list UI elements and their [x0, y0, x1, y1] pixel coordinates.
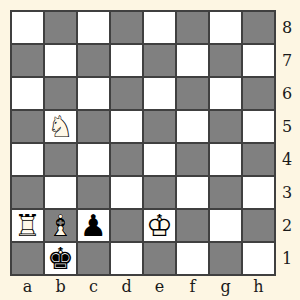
square-a5[interactable] — [12, 111, 43, 142]
file-label-e: e — [143, 277, 176, 296]
square-d3[interactable] — [111, 177, 142, 208]
king-glyph: ♚ — [45, 243, 76, 274]
square-c3[interactable] — [78, 177, 109, 208]
square-h8[interactable] — [243, 12, 274, 43]
piece-white-knight-b5[interactable]: ♞♘ — [45, 111, 76, 142]
file-label-d: d — [110, 277, 143, 296]
square-d4[interactable] — [111, 144, 142, 175]
square-e4[interactable] — [144, 144, 175, 175]
square-a7[interactable] — [12, 45, 43, 76]
square-a6[interactable] — [12, 78, 43, 109]
square-a3[interactable] — [12, 177, 43, 208]
square-g7[interactable] — [210, 45, 241, 76]
square-e5[interactable] — [144, 111, 175, 142]
square-g3[interactable] — [210, 177, 241, 208]
square-f8[interactable] — [177, 12, 208, 43]
square-c4[interactable] — [78, 144, 109, 175]
square-a2[interactable]: ♜♖ — [12, 210, 43, 241]
piece-white-rook-a2[interactable]: ♜♖ — [12, 210, 43, 241]
rank-label-6: 6 — [282, 77, 292, 110]
square-f7[interactable] — [177, 45, 208, 76]
square-a4[interactable] — [12, 144, 43, 175]
square-h3[interactable] — [243, 177, 274, 208]
square-d1[interactable] — [111, 243, 142, 274]
square-d6[interactable] — [111, 78, 142, 109]
bishop-outline-glyph: ♗ — [45, 210, 76, 241]
square-h2[interactable] — [243, 210, 274, 241]
square-b2[interactable]: ♝♗ — [45, 210, 76, 241]
square-d8[interactable] — [111, 12, 142, 43]
piece-white-king-e2[interactable]: ♚♔ — [144, 210, 175, 241]
piece-black-pawn-c2[interactable]: ♟ — [78, 210, 109, 241]
square-g5[interactable] — [210, 111, 241, 142]
page-background: { "game": "chess", "position": "8/8/8/1N… — [0, 0, 300, 300]
rook-outline-glyph: ♖ — [12, 210, 43, 241]
square-a8[interactable] — [12, 12, 43, 43]
rank-label-7: 7 — [282, 44, 292, 77]
rank-label-4: 4 — [282, 143, 292, 176]
square-b1[interactable]: ♚ — [45, 243, 76, 274]
square-d7[interactable] — [111, 45, 142, 76]
square-g4[interactable] — [210, 144, 241, 175]
square-b7[interactable] — [45, 45, 76, 76]
square-b3[interactable] — [45, 177, 76, 208]
square-g2[interactable] — [210, 210, 241, 241]
rank-label-2: 2 — [282, 209, 292, 242]
square-b6[interactable] — [45, 78, 76, 109]
file-label-c: c — [77, 277, 110, 296]
square-f2[interactable] — [177, 210, 208, 241]
rank-label-3: 3 — [282, 176, 292, 209]
square-e1[interactable] — [144, 243, 175, 274]
square-b4[interactable] — [45, 144, 76, 175]
knight-outline-glyph: ♘ — [45, 111, 76, 142]
square-g6[interactable] — [210, 78, 241, 109]
square-g1[interactable] — [210, 243, 241, 274]
file-label-a: a — [11, 277, 44, 296]
square-c7[interactable] — [78, 45, 109, 76]
square-f4[interactable] — [177, 144, 208, 175]
file-label-f: f — [176, 277, 209, 296]
square-d5[interactable] — [111, 111, 142, 142]
square-c5[interactable] — [78, 111, 109, 142]
square-a1[interactable] — [12, 243, 43, 274]
square-h5[interactable] — [243, 111, 274, 142]
rank-label-1: 1 — [282, 242, 292, 275]
piece-white-bishop-b2[interactable]: ♝♗ — [45, 210, 76, 241]
square-e6[interactable] — [144, 78, 175, 109]
square-e7[interactable] — [144, 45, 175, 76]
square-g8[interactable] — [210, 12, 241, 43]
square-c1[interactable] — [78, 243, 109, 274]
square-f5[interactable] — [177, 111, 208, 142]
file-label-g: g — [209, 277, 242, 296]
square-f6[interactable] — [177, 78, 208, 109]
square-b5[interactable]: ♞♘ — [45, 111, 76, 142]
square-c2[interactable]: ♟ — [78, 210, 109, 241]
rank-labels: 87654321 — [282, 11, 292, 275]
rank-label-8: 8 — [282, 11, 292, 44]
piece-black-king-b1[interactable]: ♚ — [45, 243, 76, 274]
file-labels: abcdefgh — [11, 277, 275, 296]
square-d2[interactable] — [111, 210, 142, 241]
chess-board: ♞♘♜♖♝♗♟♚♔♚ — [10, 10, 276, 276]
square-f1[interactable] — [177, 243, 208, 274]
square-h1[interactable] — [243, 243, 274, 274]
king-outline-glyph: ♔ — [144, 210, 175, 241]
pawn-glyph: ♟ — [78, 210, 109, 241]
file-label-h: h — [242, 277, 275, 296]
square-h7[interactable] — [243, 45, 274, 76]
square-f3[interactable] — [177, 177, 208, 208]
rank-label-5: 5 — [282, 110, 292, 143]
square-e8[interactable] — [144, 12, 175, 43]
square-h6[interactable] — [243, 78, 274, 109]
square-h4[interactable] — [243, 144, 274, 175]
square-e3[interactable] — [144, 177, 175, 208]
square-c8[interactable] — [78, 12, 109, 43]
file-label-b: b — [44, 277, 77, 296]
square-b8[interactable] — [45, 12, 76, 43]
square-c6[interactable] — [78, 78, 109, 109]
square-e2[interactable]: ♚♔ — [144, 210, 175, 241]
